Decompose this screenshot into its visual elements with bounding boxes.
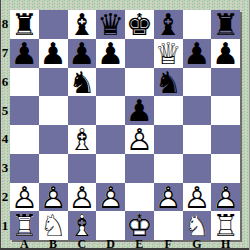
window-edge-left [0, 0, 1, 250]
rank-label-3: 3 [0, 154, 10, 183]
square-h6[interactable] [211, 68, 240, 97]
white-pawn-g2: ♟♙ [183, 183, 212, 212]
white-pawn-f2: ♟♙ [154, 183, 183, 212]
square-b4[interactable] [39, 125, 68, 154]
rank-label-5: 5 [0, 96, 10, 125]
square-e8[interactable]: ♚ [125, 10, 154, 39]
square-e5[interactable]: ♟ [125, 96, 154, 125]
rank-label-6: 6 [0, 68, 10, 97]
black-rook-a8: ♜ [10, 10, 39, 39]
square-e6[interactable] [125, 68, 154, 97]
square-d3[interactable] [96, 154, 125, 183]
square-f8[interactable]: ♝ [154, 10, 183, 39]
black-pawn-c7: ♟ [68, 39, 97, 68]
chess-window: ♜♝♛♚♝♜♟♟♟♟♛♕♟♟♞♞♟♝♗♟♙♟♙♟♙♟♙♟♙♟♙♟♙♟♙♜♖♞♘♝… [0, 0, 250, 250]
square-d4[interactable] [96, 125, 125, 154]
square-f2[interactable]: ♟♙ [154, 183, 183, 212]
square-d5[interactable] [96, 96, 125, 125]
white-pawn-c2: ♟♙ [68, 183, 97, 212]
square-f6[interactable]: ♞ [154, 68, 183, 97]
square-b7[interactable]: ♟ [39, 39, 68, 68]
square-g6[interactable] [183, 68, 212, 97]
rank-label-2: 2 [0, 183, 10, 212]
square-b2[interactable]: ♟♙ [39, 183, 68, 212]
rank-label-1: 1 [0, 211, 10, 240]
square-d8[interactable]: ♛ [96, 10, 125, 39]
black-pawn-d7: ♟ [96, 39, 125, 68]
square-g4[interactable] [183, 125, 212, 154]
square-f1[interactable] [154, 211, 183, 240]
square-c4[interactable]: ♝♗ [68, 125, 97, 154]
square-h2[interactable]: ♟♙ [211, 183, 240, 212]
square-a2[interactable]: ♟♙ [10, 183, 39, 212]
chess-board: ♜♝♛♚♝♜♟♟♟♟♛♕♟♟♞♞♟♝♗♟♙♟♙♟♙♟♙♟♙♟♙♟♙♟♙♜♖♞♘♝… [10, 10, 240, 240]
square-e1[interactable]: ♚♔ [125, 211, 154, 240]
square-f4[interactable] [154, 125, 183, 154]
square-c3[interactable] [68, 154, 97, 183]
square-a3[interactable] [10, 154, 39, 183]
square-d7[interactable]: ♟ [96, 39, 125, 68]
square-c2[interactable]: ♟♙ [68, 183, 97, 212]
square-a5[interactable] [10, 96, 39, 125]
square-a1[interactable]: ♜♖ [10, 211, 39, 240]
black-rook-h8: ♜ [211, 10, 240, 39]
square-b5[interactable] [39, 96, 68, 125]
square-c5[interactable] [68, 96, 97, 125]
white-bishop-c4: ♝♗ [68, 125, 97, 154]
white-rook-a1: ♜♖ [10, 211, 39, 240]
black-bishop-f8: ♝ [154, 10, 183, 39]
rank-label-7: 7 [0, 39, 10, 68]
square-c7[interactable]: ♟ [68, 39, 97, 68]
black-bishop-c8: ♝ [68, 10, 97, 39]
square-b3[interactable] [39, 154, 68, 183]
square-a7[interactable]: ♟ [10, 39, 39, 68]
square-d1[interactable] [96, 211, 125, 240]
square-e4[interactable]: ♟♙ [125, 125, 154, 154]
rank-label-8: 8 [0, 10, 10, 39]
square-f3[interactable] [154, 154, 183, 183]
black-queen-d8: ♛ [96, 10, 125, 39]
rank-coordinates: 87654321 [0, 10, 10, 240]
square-c8[interactable]: ♝ [68, 10, 97, 39]
black-pawn-h7: ♟ [211, 39, 240, 68]
black-pawn-b7: ♟ [39, 39, 68, 68]
white-queen-f7: ♛♕ [154, 39, 183, 68]
black-pawn-e5: ♟ [125, 96, 154, 125]
white-pawn-b2: ♟♙ [39, 183, 68, 212]
square-e3[interactable] [125, 154, 154, 183]
white-pawn-a2: ♟♙ [10, 183, 39, 212]
black-king-e8: ♚ [125, 10, 154, 39]
square-g8[interactable] [183, 10, 212, 39]
white-pawn-d2: ♟♙ [96, 183, 125, 212]
square-f5[interactable] [154, 96, 183, 125]
square-a8[interactable]: ♜ [10, 10, 39, 39]
white-pawn-e4: ♟♙ [125, 125, 154, 154]
square-h5[interactable] [211, 96, 240, 125]
white-rook-h1: ♜♖ [211, 211, 240, 240]
square-h1[interactable]: ♜♖ [211, 211, 240, 240]
square-g3[interactable] [183, 154, 212, 183]
black-pawn-a7: ♟ [10, 39, 39, 68]
square-d2[interactable]: ♟♙ [96, 183, 125, 212]
black-knight-c6: ♞ [68, 68, 97, 97]
square-h3[interactable] [211, 154, 240, 183]
square-b1[interactable]: ♞♘ [39, 211, 68, 240]
square-d6[interactable] [96, 68, 125, 97]
square-a6[interactable] [10, 68, 39, 97]
square-c6[interactable]: ♞ [68, 68, 97, 97]
square-h4[interactable] [211, 125, 240, 154]
square-b6[interactable] [39, 68, 68, 97]
square-h8[interactable]: ♜ [211, 10, 240, 39]
white-knight-g1: ♞♘ [183, 211, 212, 240]
black-pawn-g7: ♟ [183, 39, 212, 68]
rank-label-4: 4 [0, 125, 10, 154]
square-g2[interactable]: ♟♙ [183, 183, 212, 212]
square-h7[interactable]: ♟ [211, 39, 240, 68]
white-king-e1: ♚♔ [125, 211, 154, 240]
square-g5[interactable] [183, 96, 212, 125]
white-pawn-h2: ♟♙ [211, 183, 240, 212]
window-edge-right [249, 0, 250, 250]
white-knight-b1: ♞♘ [39, 211, 68, 240]
square-e7[interactable] [125, 39, 154, 68]
square-e2[interactable] [125, 183, 154, 212]
square-g7[interactable]: ♟ [183, 39, 212, 68]
square-b8[interactable] [39, 10, 68, 39]
square-g1[interactable]: ♞♘ [183, 211, 212, 240]
square-a4[interactable] [10, 125, 39, 154]
black-knight-f6: ♞ [154, 68, 183, 97]
square-c1[interactable]: ♝♗ [68, 211, 97, 240]
square-f7[interactable]: ♛♕ [154, 39, 183, 68]
white-bishop-c1: ♝♗ [68, 211, 97, 240]
